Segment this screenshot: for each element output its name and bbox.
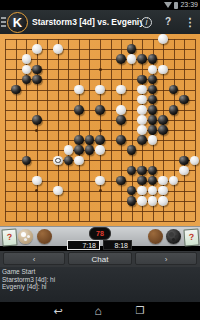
android-home-button[interactable]: ⌂ xyxy=(88,304,108,318)
wifi-icon xyxy=(164,2,172,8)
grid-line xyxy=(111,39,112,221)
grid-line xyxy=(184,39,185,221)
go-stone-black xyxy=(32,65,42,75)
hoshi-point xyxy=(35,129,38,132)
kgs-app-logo[interactable]: K xyxy=(7,12,28,33)
drawer-handle-icon[interactable] xyxy=(1,17,6,27)
chat-line: Starstorm3 [4d]: hi xyxy=(2,276,200,284)
left-bowl-lid-icon xyxy=(37,229,52,244)
go-stone-white xyxy=(137,105,147,115)
hoshi-point xyxy=(99,189,102,192)
grid-line xyxy=(174,39,175,221)
go-stone-black xyxy=(148,125,158,135)
go-stone-black xyxy=(158,115,168,125)
go-stone-white xyxy=(148,196,158,206)
chat-line: Game Start xyxy=(2,268,200,276)
go-stone-black xyxy=(32,75,42,85)
move-number-badge: 78 xyxy=(89,227,111,240)
go-stone-black xyxy=(127,166,137,176)
go-stone-white xyxy=(158,176,168,186)
go-stone-white xyxy=(32,176,42,186)
go-stone-black xyxy=(148,95,158,105)
go-stone-white xyxy=(148,135,158,145)
chat-log: Game StartStarstorm3 [4d]: hiEvgeniy [4d… xyxy=(0,267,200,302)
go-stone-white xyxy=(137,85,147,95)
go-stone-white xyxy=(190,156,200,166)
black-captures-bowl-icon xyxy=(166,229,181,244)
go-stone-black xyxy=(179,95,189,105)
go-stone-black xyxy=(74,105,84,115)
android-back-button[interactable]: ↩ xyxy=(48,304,68,318)
bottom-toolbar: ‹ Chat › xyxy=(0,251,200,267)
go-stone-black xyxy=(85,135,95,145)
go-stone-white xyxy=(116,105,126,115)
go-stone-black xyxy=(85,145,95,155)
go-stone-black xyxy=(127,196,137,206)
go-stone-white xyxy=(148,186,158,196)
go-stone-white xyxy=(116,85,126,95)
right-bowl-lid-icon xyxy=(148,229,163,244)
go-stone-black xyxy=(158,125,168,135)
grid-line xyxy=(5,160,194,161)
grid-line xyxy=(5,170,194,171)
go-stone-black xyxy=(116,54,126,64)
go-stone-black xyxy=(148,54,158,64)
grid-line xyxy=(5,211,194,212)
left-player-clock: 7:18 xyxy=(67,240,100,250)
last-move-marker xyxy=(55,158,61,164)
player-bar: ? 78 ? xyxy=(0,226,200,246)
info-icon[interactable]: i xyxy=(141,17,152,28)
go-stone-white xyxy=(95,145,105,155)
go-stone-white xyxy=(158,196,168,206)
go-stone-black xyxy=(95,105,105,115)
go-stone-black xyxy=(148,166,158,176)
grid-line xyxy=(5,221,194,222)
go-stone-black xyxy=(74,135,84,145)
go-stone-black xyxy=(137,54,147,64)
right-player-avatar: ? xyxy=(183,228,199,246)
go-stone-black xyxy=(127,145,137,155)
chat-tab-button[interactable]: Chat xyxy=(68,252,132,265)
go-stone-white xyxy=(74,156,84,166)
go-stone-white xyxy=(53,44,63,54)
white-captures-bowl-icon xyxy=(18,229,33,244)
go-board[interactable] xyxy=(0,34,200,226)
go-stone-black xyxy=(64,156,74,166)
prev-move-button[interactable]: ‹ xyxy=(3,252,65,265)
grid-line xyxy=(121,39,122,221)
hoshi-point xyxy=(99,68,102,71)
grid-line xyxy=(195,39,196,221)
go-stone-black xyxy=(179,156,189,166)
android-recents-button[interactable]: ❐ xyxy=(130,304,150,318)
go-stone-black xyxy=(32,115,42,125)
go-stone-white xyxy=(137,115,147,125)
go-stone-black xyxy=(148,105,158,115)
go-stone-black xyxy=(22,75,32,85)
overflow-menu-icon[interactable]: ⋮ xyxy=(184,16,196,29)
right-player-clock: 8:18 xyxy=(103,240,132,250)
go-stone-black xyxy=(169,85,179,95)
go-stone-black xyxy=(137,75,147,85)
app-screen: 23:39 K Starstorm3 [4d] vs. Evgeniy [4d]… xyxy=(0,0,200,320)
android-nav-bar: ↩ ⌂ ❐ xyxy=(0,302,200,320)
status-bar: 23:39 xyxy=(0,0,200,10)
go-stone-white xyxy=(137,196,147,206)
go-stone-black xyxy=(137,135,147,145)
go-stone-white xyxy=(158,65,168,75)
help-icon[interactable]: ? xyxy=(162,16,174,27)
go-stone-white xyxy=(179,166,189,176)
go-stone-white xyxy=(64,145,74,155)
status-time: 23:39 xyxy=(180,1,198,9)
go-stone-white xyxy=(22,54,32,64)
go-stone-black xyxy=(95,135,105,145)
go-stone-black xyxy=(169,105,179,115)
battery-icon xyxy=(174,2,178,9)
go-stone-black xyxy=(137,166,147,176)
hoshi-point xyxy=(35,189,38,192)
go-stone-white xyxy=(137,125,147,135)
go-stone-black xyxy=(11,85,21,95)
hoshi-point xyxy=(99,129,102,132)
go-stone-black xyxy=(148,176,158,186)
go-stone-white xyxy=(169,176,179,186)
go-stone-white xyxy=(127,54,137,64)
action-bar: K Starstorm3 [4d] vs. Evgeniy [4d] i ? ⋮ xyxy=(0,10,200,36)
go-stone-black xyxy=(74,145,84,155)
go-stone-black xyxy=(148,75,158,85)
go-stone-white xyxy=(95,176,105,186)
go-stone-black xyxy=(137,176,147,186)
next-move-button[interactable]: › xyxy=(135,252,197,265)
go-stone-black xyxy=(148,85,158,95)
go-stone-white xyxy=(53,156,63,166)
go-stone-black xyxy=(116,135,126,145)
go-stone-white xyxy=(148,65,158,75)
go-stone-white xyxy=(137,95,147,105)
chat-line: Evgeniy [4d]: hi xyxy=(2,283,200,291)
go-stone-white xyxy=(32,44,42,54)
go-stone-white xyxy=(74,85,84,95)
go-stone-black xyxy=(116,176,126,186)
go-stone-white xyxy=(158,186,168,196)
go-stone-black xyxy=(22,156,32,166)
go-stone-white xyxy=(95,85,105,95)
left-player-avatar: ? xyxy=(1,228,17,246)
page-title: Starstorm3 [4d] vs. Evgeniy [4d] xyxy=(32,17,142,27)
go-stone-white xyxy=(158,34,168,44)
go-stone-black xyxy=(127,44,137,54)
go-stone-white xyxy=(53,186,63,196)
go-stone-white xyxy=(22,65,32,75)
go-stone-black xyxy=(127,186,137,196)
go-stone-black xyxy=(116,115,126,125)
go-stone-white xyxy=(137,186,147,196)
go-stone-black xyxy=(148,115,158,125)
